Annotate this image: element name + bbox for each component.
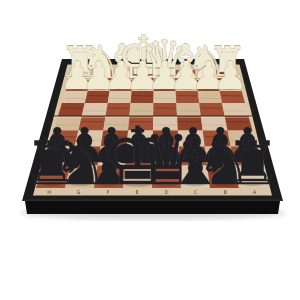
rank-label-right-4: 4 [251, 107, 254, 112]
piece-white-pawn: ♟ [213, 53, 248, 98]
square-h4 [58, 103, 85, 116]
chess-set-photo: HGFEDCBA1122334455667788♜♞♝♚♛♝♞♜♟♟♟♟♟♟♟♟… [0, 0, 300, 300]
rank-label-right-3: 3 [248, 95, 251, 100]
square-c4 [176, 103, 201, 116]
chess-board: HGFEDCBA1122334455667788♜♞♝♚♛♝♞♜♟♟♟♟♟♟♟♟… [0, 0, 300, 300]
rank-label-left-4: 4 [53, 107, 56, 112]
piece-black-rook: ♜ [226, 128, 280, 198]
square-b4 [199, 103, 224, 116]
square-a4 [222, 103, 248, 116]
